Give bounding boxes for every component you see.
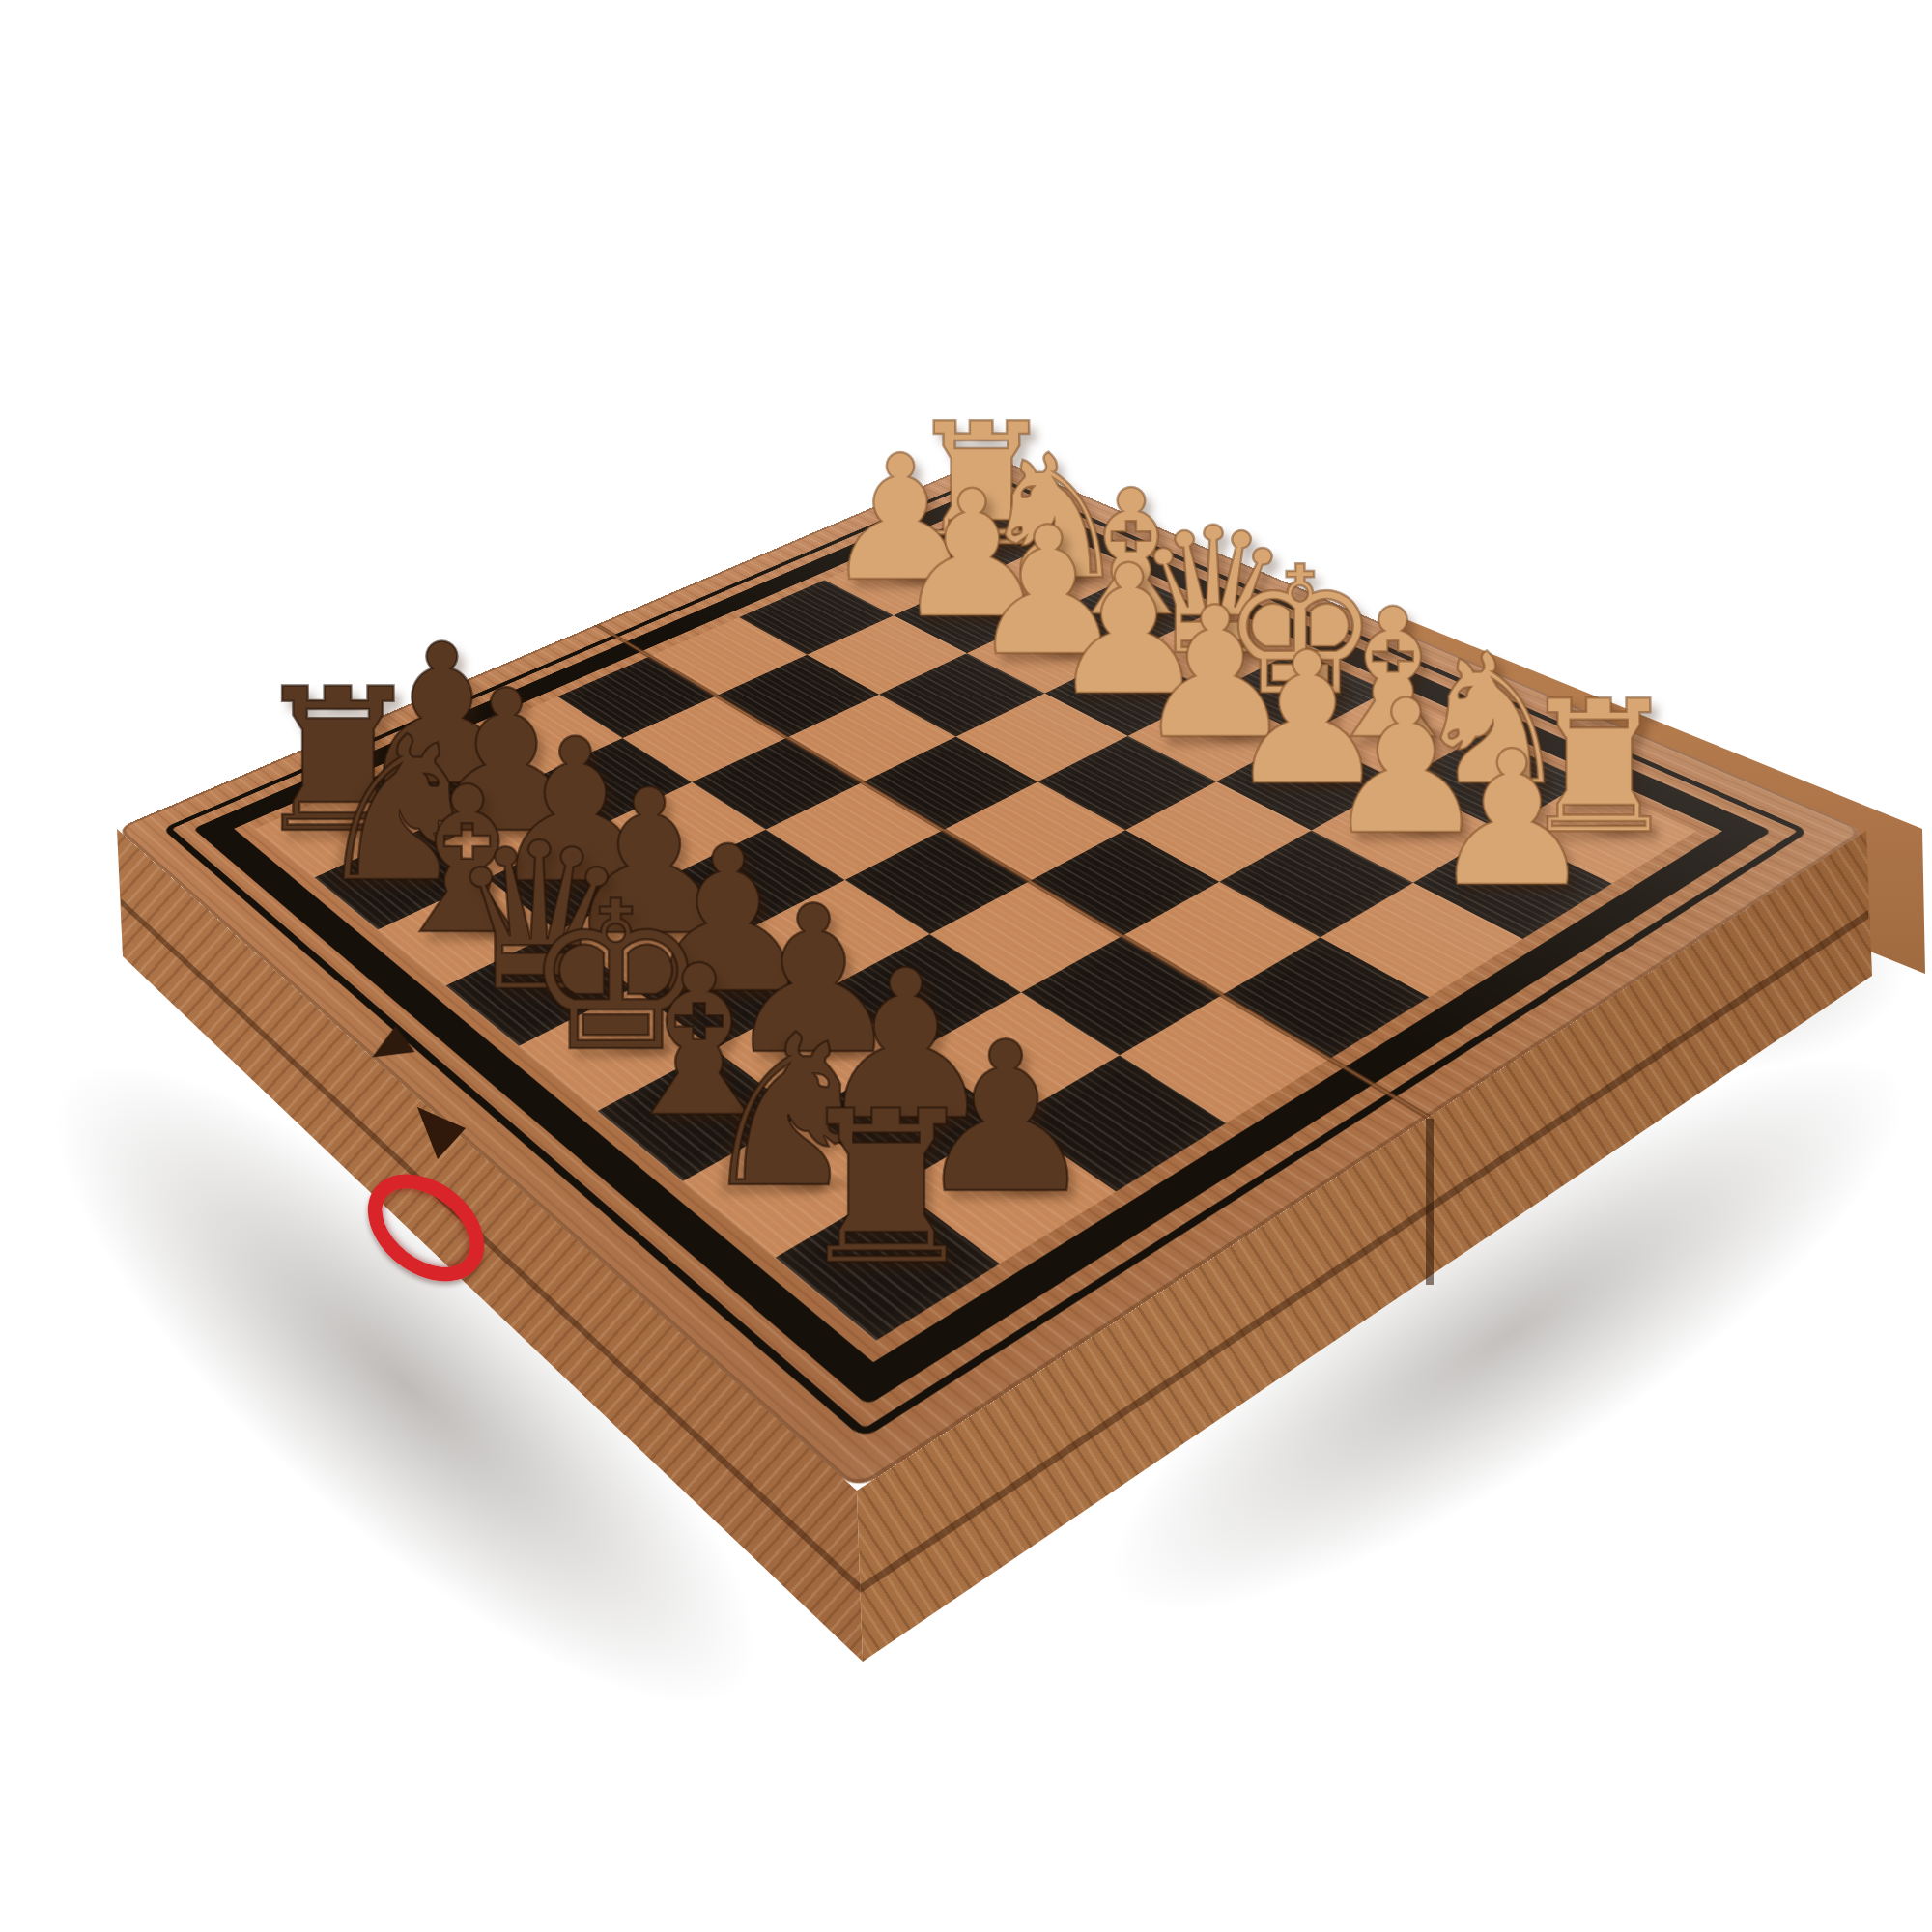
product-photo-stage: ♜♞♝♛♚♝♞♜♟♟♟♟♟♟♟♟♟♟♟♟♟♟♟♟♜♞♝♛♚♝♞♜ xyxy=(0,0,1932,1932)
piece-black-rook-h8[interactable]: ♜ xyxy=(792,1083,981,1294)
piece-white-pawn-h2[interactable]: ♟ xyxy=(1429,726,1596,913)
